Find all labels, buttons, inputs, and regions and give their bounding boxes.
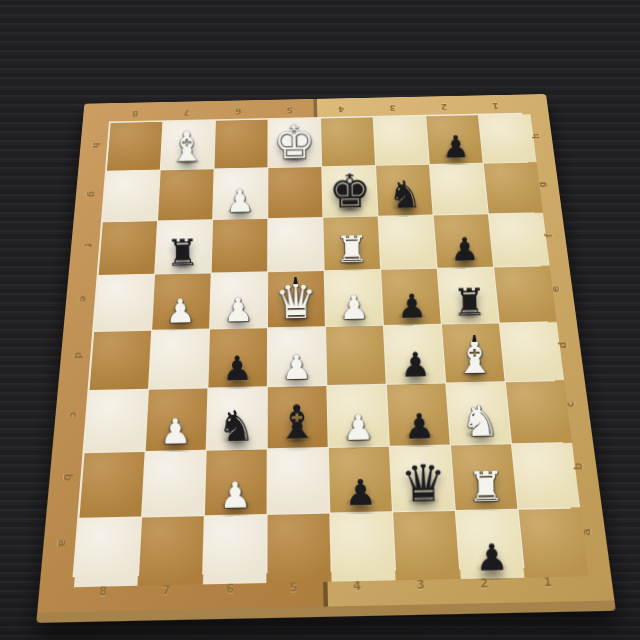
- square-d6[interactable]: ♟: [208, 328, 267, 387]
- square-h8[interactable]: [107, 122, 162, 171]
- chess-board: 87654321 hgfedcba ♝♚♟♟♚♞♜♜♟♟♟♛♟♟♜♟♟♟♝♟♞♝…: [57, 39, 583, 619]
- coord-file-letter: a: [551, 519, 623, 546]
- black-pawn[interactable]: ♟: [383, 289, 441, 323]
- white-rook[interactable]: ♜: [455, 465, 517, 507]
- black-pawn[interactable]: ♟: [437, 233, 493, 266]
- white-pawn[interactable]: ♟: [204, 476, 266, 513]
- square-f3[interactable]: [379, 215, 437, 269]
- white-queen[interactable]: ♛: [267, 276, 325, 325]
- square-c5[interactable]: ♝: [268, 386, 328, 448]
- square-h4[interactable]: [321, 117, 375, 166]
- white-pawn[interactable]: ♟: [267, 349, 326, 384]
- coord-rank-number: 1: [469, 98, 522, 114]
- white-pawn[interactable]: ♟: [152, 294, 210, 328]
- square-h7[interactable]: ♝: [161, 121, 215, 170]
- white-pawn[interactable]: ♟: [209, 293, 267, 327]
- square-g2[interactable]: [430, 164, 488, 215]
- square-g8[interactable]: [103, 170, 160, 221]
- black-pawn[interactable]: ♟: [389, 408, 450, 444]
- white-pawn[interactable]: ♟: [325, 290, 383, 324]
- square-c4[interactable]: ♟: [327, 385, 388, 447]
- square-b3[interactable]: ♛: [390, 446, 455, 512]
- square-c7[interactable]: ♟: [146, 388, 208, 450]
- piece-tip-accent: [346, 162, 352, 174]
- black-knight[interactable]: ♞: [206, 404, 267, 447]
- white-bishop[interactable]: ♝: [160, 126, 214, 168]
- square-g6[interactable]: ♟: [213, 168, 267, 219]
- black-pawn[interactable]: ♟: [208, 351, 267, 386]
- board-grid: ♝♚♟♟♚♞♜♜♟♟♟♛♟♟♜♟♟♟♝♟♞♝♟♟♞♟♟♛♜♟: [73, 113, 578, 577]
- square-g7[interactable]: [158, 169, 214, 220]
- square-e7[interactable]: ♟: [152, 273, 210, 329]
- black-pawn[interactable]: ♟: [460, 539, 524, 577]
- black-bishop[interactable]: ♝: [267, 399, 328, 447]
- square-h3[interactable]: [374, 116, 429, 165]
- square-g3[interactable]: ♞: [376, 165, 433, 216]
- coord-rank-number: 1: [515, 567, 582, 597]
- white-king[interactable]: ♚: [267, 118, 321, 165]
- black-rook[interactable]: ♜: [154, 234, 210, 272]
- square-f5[interactable]: [268, 218, 324, 272]
- square-c6[interactable]: ♞: [207, 387, 267, 449]
- black-knight[interactable]: ♞: [378, 175, 433, 214]
- table-background: 87654321 hgfedcba ♝♚♟♟♚♞♜♜♟♟♟♛♟♟♜♟♟♟♝♟♞♝…: [0, 0, 640, 640]
- white-bishop[interactable]: ♝: [445, 334, 504, 380]
- piece-tip-accent: [419, 451, 426, 464]
- square-c3[interactable]: ♟: [387, 383, 450, 445]
- square-b6[interactable]: ♟: [205, 449, 267, 515]
- white-pawn[interactable]: ♟: [213, 185, 268, 217]
- square-e5[interactable]: ♛: [268, 271, 325, 327]
- piece-tip-accent: [292, 272, 298, 284]
- square-b5[interactable]: [268, 448, 330, 514]
- black-pawn[interactable]: ♟: [386, 347, 445, 382]
- square-d5[interactable]: ♟: [268, 327, 326, 386]
- piece-tip-accent: [471, 330, 477, 342]
- square-e4[interactable]: ♟: [325, 270, 383, 326]
- black-king[interactable]: ♚: [322, 167, 377, 216]
- coord-rank-number: 6: [212, 104, 264, 120]
- square-e6[interactable]: ♟: [210, 272, 267, 328]
- coord-rank-number: 8: [70, 576, 135, 606]
- square-g5[interactable]: [268, 167, 322, 218]
- coord-file-letter: h: [506, 126, 566, 145]
- square-d2[interactable]: ♝: [442, 323, 505, 382]
- square-f6[interactable]: [212, 219, 268, 273]
- square-f8[interactable]: [99, 221, 157, 275]
- square-b7[interactable]: [142, 451, 205, 517]
- white-pawn[interactable]: ♟: [328, 409, 389, 445]
- square-g4[interactable]: ♚: [322, 166, 377, 217]
- square-h6[interactable]: [215, 120, 268, 169]
- coord-file-letter: c: [536, 392, 604, 416]
- coord-file-letter: g: [512, 175, 574, 195]
- coord-file-letter: f: [517, 225, 580, 246]
- white-pawn[interactable]: ♟: [145, 413, 206, 449]
- coord-rank-number: 3: [367, 100, 419, 116]
- black-rook[interactable]: ♜: [441, 283, 499, 322]
- square-b8[interactable]: [79, 452, 144, 518]
- square-a2[interactable]: ♟: [456, 510, 525, 579]
- square-e8[interactable]: [94, 275, 154, 331]
- square-d8[interactable]: [90, 331, 152, 390]
- square-f4[interactable]: ♜: [323, 217, 380, 271]
- coord-rank-number: 3: [388, 569, 453, 599]
- square-b2[interactable]: ♜: [451, 444, 517, 510]
- square-h5[interactable]: ♚: [268, 119, 321, 168]
- square-f7[interactable]: ♜: [155, 220, 212, 274]
- square-e3[interactable]: ♟: [381, 269, 441, 325]
- coord-rank-number: 4: [325, 571, 389, 601]
- coord-rank-number: 6: [198, 573, 262, 603]
- white-rook[interactable]: ♜: [324, 230, 380, 268]
- black-pawn[interactable]: ♟: [429, 131, 482, 163]
- square-f2[interactable]: ♟: [434, 214, 493, 268]
- square-d7[interactable]: [149, 329, 209, 388]
- coord-rank-number: 7: [161, 105, 213, 121]
- coord-rank-number: 4: [315, 101, 367, 117]
- square-c8[interactable]: [85, 390, 148, 452]
- square-e2[interactable]: ♜: [438, 267, 499, 323]
- square-b4[interactable]: ♟: [329, 447, 392, 513]
- coord-rank-number: 7: [134, 575, 199, 605]
- coord-rank-number: 8: [109, 106, 161, 122]
- board-frame: 87654321 hgfedcba ♝♚♟♟♚♞♜♜♟♟♟♛♟♟♜♟♟♟♝♟♞♝…: [36, 94, 616, 623]
- square-d3[interactable]: ♟: [384, 325, 445, 384]
- white-knight[interactable]: ♞: [450, 399, 511, 442]
- black-queen[interactable]: ♛: [392, 456, 455, 509]
- coord-rank-number: 2: [418, 99, 471, 115]
- coord-rank-number: 5: [262, 572, 326, 602]
- square-h2[interactable]: ♟: [426, 115, 482, 164]
- square-d4[interactable]: [326, 326, 386, 385]
- square-c2[interactable]: ♞: [446, 382, 511, 444]
- black-pawn[interactable]: ♟: [330, 474, 392, 511]
